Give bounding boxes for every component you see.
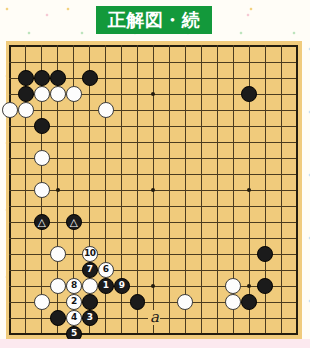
go-stone-black-move-1: 1 bbox=[98, 278, 114, 294]
go-stone-white bbox=[82, 278, 98, 294]
grid-line-vertical bbox=[169, 45, 170, 335]
star-point bbox=[56, 188, 60, 192]
go-stone-black bbox=[18, 70, 34, 86]
go-stone-black-triangle: △ bbox=[34, 214, 50, 230]
bottom-strip bbox=[0, 339, 310, 348]
go-stone-white bbox=[34, 150, 50, 166]
go-stone-white bbox=[225, 278, 241, 294]
go-stone-white bbox=[34, 182, 50, 198]
star-point bbox=[151, 188, 155, 192]
go-stone-white bbox=[34, 86, 50, 102]
grid-line-vertical bbox=[296, 45, 298, 335]
triangle-mark-icon: △ bbox=[70, 216, 78, 227]
go-stone-white bbox=[225, 294, 241, 310]
point-label-a: a bbox=[148, 310, 160, 325]
go-stone-white bbox=[18, 102, 34, 118]
go-stone-black bbox=[257, 246, 273, 262]
go-stone-black bbox=[241, 294, 257, 310]
go-stone-white bbox=[50, 86, 66, 102]
go-stone-white bbox=[2, 102, 18, 118]
go-stone-black bbox=[34, 118, 50, 134]
go-stone-black bbox=[50, 70, 66, 86]
go-stone-black bbox=[241, 86, 257, 102]
go-stone-white bbox=[50, 278, 66, 294]
go-stone-black bbox=[257, 278, 273, 294]
go-stone-black bbox=[82, 294, 98, 310]
go-stone-white-move-10: 10 bbox=[82, 246, 98, 262]
grid-line-horizontal bbox=[9, 206, 298, 207]
star-point bbox=[151, 92, 155, 96]
triangle-mark-icon: △ bbox=[38, 216, 46, 227]
go-stone-black-move-9: 9 bbox=[114, 278, 130, 294]
grid-line-vertical bbox=[185, 45, 186, 335]
star-point bbox=[247, 284, 251, 288]
go-stone-white bbox=[34, 294, 50, 310]
go-stone-white bbox=[177, 294, 193, 310]
star-point bbox=[247, 188, 251, 192]
go-stone-white bbox=[98, 102, 114, 118]
go-stone-white bbox=[50, 246, 66, 262]
grid-line-horizontal bbox=[9, 270, 298, 271]
go-stone-white-move-8: 8 bbox=[66, 278, 82, 294]
go-stone-white-move-6: 6 bbox=[98, 262, 114, 278]
go-stone-white-move-2: 2 bbox=[66, 294, 82, 310]
go-stone-black bbox=[34, 70, 50, 86]
go-stone-black bbox=[50, 310, 66, 326]
go-stone-black-move-7: 7 bbox=[82, 262, 98, 278]
go-stone-black bbox=[130, 294, 146, 310]
grid-line-horizontal bbox=[9, 238, 298, 239]
go-stone-black-triangle: △ bbox=[66, 214, 82, 230]
go-stone-white-move-4: 4 bbox=[66, 310, 82, 326]
go-stone-black bbox=[18, 86, 34, 102]
grid-line-vertical bbox=[201, 45, 202, 335]
go-stone-black bbox=[82, 70, 98, 86]
diagram-page: 正解図・続 △△12345678910a bbox=[0, 0, 310, 348]
grid-line-vertical bbox=[217, 45, 218, 335]
grid-line-vertical bbox=[281, 45, 282, 335]
go-stone-black-move-3: 3 bbox=[82, 310, 98, 326]
grid-line-horizontal bbox=[9, 333, 298, 335]
star-point bbox=[151, 284, 155, 288]
go-board-layer: △△12345678910a bbox=[0, 0, 310, 348]
go-stone-white bbox=[66, 86, 82, 102]
grid-line-horizontal bbox=[9, 222, 298, 223]
